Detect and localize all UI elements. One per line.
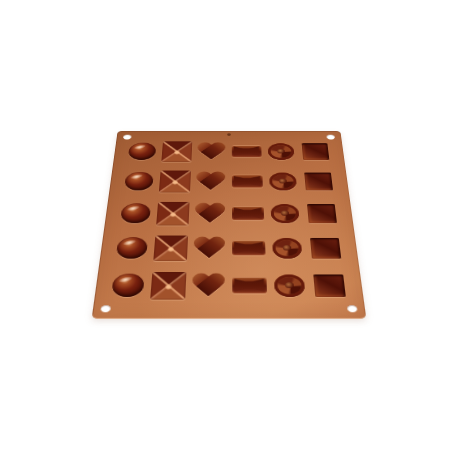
dome-cavity xyxy=(128,143,157,160)
bar-cavity xyxy=(232,240,266,255)
cavity-cell-r5-c3 xyxy=(188,266,229,305)
dome-cavity xyxy=(120,203,151,223)
mold-grid xyxy=(106,137,353,305)
cavity-cell-r4-c6 xyxy=(305,230,347,266)
cavity-cell-r2-c5 xyxy=(264,166,302,197)
pyramid-cavity xyxy=(153,235,188,261)
cavity-cell-r2-c6 xyxy=(300,166,339,197)
bar-cavity xyxy=(232,175,263,188)
cavity-cell-r2-c4 xyxy=(229,166,266,197)
cavity-cell-r2-c2 xyxy=(156,166,194,197)
cavity-cell-r4-c4 xyxy=(229,230,268,266)
square-cavity xyxy=(307,204,337,223)
swirl-cavity xyxy=(270,204,299,223)
corner-hole-top-right xyxy=(326,135,335,140)
pyramid-cavity xyxy=(161,141,192,161)
swirl-cavity xyxy=(268,143,295,160)
cavity-cell-r5-c1 xyxy=(106,266,150,305)
cavity-cell-r3-c1 xyxy=(115,197,156,230)
dome-cavity xyxy=(111,274,145,297)
cavity-cell-r5-c6 xyxy=(308,266,352,305)
product-photo xyxy=(0,0,458,458)
swirl-cavity xyxy=(272,237,302,258)
top-center-mark xyxy=(227,133,231,135)
cavity-cell-r2-c1 xyxy=(119,166,158,197)
bar-cavity xyxy=(232,277,267,293)
heart-cavity xyxy=(191,273,226,297)
cavity-cell-r4-c1 xyxy=(111,230,153,266)
cavity-cell-r1-c6 xyxy=(297,137,335,166)
pyramid-cavity xyxy=(159,170,191,192)
cavity-cell-r1-c4 xyxy=(229,137,264,166)
cavity-cell-r4-c5 xyxy=(267,230,308,266)
cavity-cell-r5-c2 xyxy=(147,266,190,305)
cavity-cell-r3-c6 xyxy=(302,197,343,230)
cavity-cell-r5-c4 xyxy=(229,266,270,305)
bar-cavity xyxy=(231,145,261,157)
bar-cavity xyxy=(232,206,264,220)
cavity-cell-r1-c3 xyxy=(194,137,229,166)
pyramid-cavity xyxy=(156,201,189,225)
corner-hole-bottom-right xyxy=(347,305,358,312)
cavity-cell-r1-c5 xyxy=(263,137,299,166)
swirl-cavity xyxy=(274,274,306,296)
cavity-cell-r3-c5 xyxy=(266,197,305,230)
cavity-cell-r4-c2 xyxy=(150,230,191,266)
cavity-cell-r1-c1 xyxy=(123,137,161,166)
square-cavity xyxy=(304,172,333,190)
cavity-cell-r2-c3 xyxy=(192,166,229,197)
cavity-cell-r3-c3 xyxy=(191,197,229,230)
square-cavity xyxy=(302,143,330,160)
heart-cavity xyxy=(194,203,226,224)
pyramid-cavity xyxy=(150,272,186,300)
square-cavity xyxy=(314,274,347,296)
heart-cavity xyxy=(193,237,227,259)
corner-hole-bottom-left xyxy=(100,305,111,312)
cavity-cell-r3-c2 xyxy=(153,197,192,230)
dome-cavity xyxy=(124,172,154,191)
heart-cavity xyxy=(196,142,226,160)
cavity-cell-r5-c5 xyxy=(268,266,311,305)
cavity-cell-r3-c4 xyxy=(229,197,267,230)
dome-cavity xyxy=(116,237,148,259)
heart-cavity xyxy=(195,172,226,191)
swirl-cavity xyxy=(269,172,297,190)
chocolate-mold xyxy=(92,131,367,319)
cavity-cell-r4-c3 xyxy=(190,230,229,266)
square-cavity xyxy=(310,237,341,258)
cavity-cell-r1-c2 xyxy=(158,137,194,166)
